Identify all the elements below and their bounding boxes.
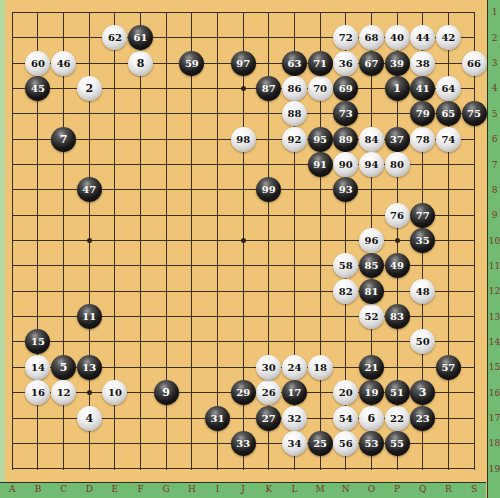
row-label-3: 3 [488, 58, 500, 68]
stone-white-20: 20 [333, 380, 358, 405]
column-label-M: M [314, 484, 326, 494]
stone-black-91: 91 [308, 152, 333, 177]
grid-line-horizontal [12, 12, 475, 13]
stone-black-3: 3 [410, 380, 435, 405]
grid-line-horizontal [12, 468, 475, 469]
star-point [87, 238, 92, 243]
row-label-5: 5 [488, 109, 500, 119]
stone-black-53: 53 [359, 431, 384, 456]
stone-white-96: 96 [359, 228, 384, 253]
stone-white-6: 6 [359, 406, 384, 431]
stone-black-21: 21 [359, 355, 384, 380]
stone-white-46: 46 [51, 51, 76, 76]
stone-black-55: 55 [385, 431, 410, 456]
stone-white-44: 44 [410, 25, 435, 50]
stone-black-83: 83 [385, 304, 410, 329]
grid-line-horizontal [12, 113, 475, 114]
column-label-S: S [468, 484, 480, 494]
stone-white-2: 2 [77, 76, 102, 101]
column-label-F: F [135, 484, 147, 494]
stone-black-5: 5 [51, 355, 76, 380]
stone-white-26: 26 [256, 380, 281, 405]
stone-white-62: 62 [102, 25, 127, 50]
stone-white-66: 66 [462, 51, 487, 76]
row-coordinate-strip: 12345678910111213141516171819 [487, 0, 500, 498]
stone-white-42: 42 [436, 25, 461, 50]
stone-black-19: 19 [359, 380, 384, 405]
stone-white-8: 8 [128, 51, 153, 76]
stone-black-37: 37 [385, 127, 410, 152]
star-point [241, 238, 246, 243]
stone-white-56: 56 [333, 431, 358, 456]
row-label-14: 14 [488, 337, 500, 347]
stone-white-18: 18 [308, 355, 333, 380]
stone-black-65: 65 [436, 101, 461, 126]
stone-white-64: 64 [436, 76, 461, 101]
stone-white-80: 80 [385, 152, 410, 177]
stone-white-38: 38 [410, 51, 435, 76]
stone-white-22: 22 [385, 406, 410, 431]
stone-black-85: 85 [359, 253, 384, 278]
stone-black-77: 77 [410, 203, 435, 228]
stone-black-13: 13 [77, 355, 102, 380]
row-label-18: 18 [488, 438, 500, 448]
stone-white-94: 94 [359, 152, 384, 177]
grid-line-horizontal [12, 341, 475, 342]
stone-black-35: 35 [410, 228, 435, 253]
stone-white-30: 30 [256, 355, 281, 380]
stone-black-59: 59 [179, 51, 204, 76]
row-label-1: 1 [488, 7, 500, 17]
stone-white-50: 50 [410, 329, 435, 354]
column-label-R: R [442, 484, 454, 494]
stone-white-92: 92 [282, 127, 307, 152]
stone-black-99: 99 [256, 177, 281, 202]
stone-white-54: 54 [333, 406, 358, 431]
column-label-C: C [58, 484, 70, 494]
column-label-P: P [391, 484, 403, 494]
stone-black-49: 49 [385, 253, 410, 278]
column-label-N: N [340, 484, 352, 494]
stone-white-82: 82 [333, 279, 358, 304]
row-label-13: 13 [488, 312, 500, 322]
stone-white-86: 86 [282, 76, 307, 101]
stone-white-14: 14 [25, 355, 50, 380]
stone-white-78: 78 [410, 127, 435, 152]
stone-black-33: 33 [231, 431, 256, 456]
row-label-6: 6 [488, 134, 500, 144]
stone-white-90: 90 [333, 152, 358, 177]
stone-black-7: 7 [51, 127, 76, 152]
stone-white-34: 34 [282, 431, 307, 456]
column-label-J: J [237, 484, 249, 494]
row-label-4: 4 [488, 83, 500, 93]
stone-black-73: 73 [333, 101, 358, 126]
stone-white-32: 32 [282, 406, 307, 431]
stone-black-63: 63 [282, 51, 307, 76]
column-label-L: L [288, 484, 300, 494]
stone-white-72: 72 [333, 25, 358, 50]
stone-white-36: 36 [333, 51, 358, 76]
row-label-16: 16 [488, 388, 500, 398]
column-label-I: I [212, 484, 224, 494]
star-point [87, 390, 92, 395]
stone-black-71: 71 [308, 51, 333, 76]
row-label-12: 12 [488, 286, 500, 296]
stone-white-76: 76 [385, 203, 410, 228]
go-game-window: 1234567891011121314151617181920212223242… [0, 0, 500, 498]
stone-black-31: 31 [205, 406, 230, 431]
stone-white-84: 84 [359, 127, 384, 152]
stone-white-24: 24 [282, 355, 307, 380]
stone-black-25: 25 [308, 431, 333, 456]
stone-white-4: 4 [77, 406, 102, 431]
stone-white-16: 16 [25, 380, 50, 405]
stone-white-10: 10 [102, 380, 127, 405]
column-label-D: D [83, 484, 95, 494]
column-label-O: O [365, 484, 377, 494]
star-point [395, 238, 400, 243]
stone-black-9: 9 [154, 380, 179, 405]
stone-white-40: 40 [385, 25, 410, 50]
row-label-15: 15 [488, 362, 500, 372]
stone-black-15: 15 [25, 329, 50, 354]
stone-white-88: 88 [282, 101, 307, 126]
stone-black-57: 57 [436, 355, 461, 380]
row-label-19: 19 [488, 464, 500, 474]
row-label-2: 2 [488, 33, 500, 43]
stone-black-29: 29 [231, 380, 256, 405]
grid-line-horizontal [12, 291, 475, 292]
column-label-Q: Q [417, 484, 429, 494]
stone-black-79: 79 [410, 101, 435, 126]
stone-black-89: 89 [333, 127, 358, 152]
row-label-17: 17 [488, 413, 500, 423]
column-label-K: K [263, 484, 275, 494]
stone-black-97: 97 [231, 51, 256, 76]
stone-black-81: 81 [359, 279, 384, 304]
stone-white-68: 68 [359, 25, 384, 50]
row-label-11: 11 [488, 261, 500, 271]
stone-black-61: 61 [128, 25, 153, 50]
stone-black-1: 1 [385, 76, 410, 101]
stone-black-27: 27 [256, 406, 281, 431]
stone-black-67: 67 [359, 51, 384, 76]
row-label-9: 9 [488, 210, 500, 220]
row-label-8: 8 [488, 185, 500, 195]
stone-black-47: 47 [77, 177, 102, 202]
stone-black-17: 17 [282, 380, 307, 405]
row-label-10: 10 [488, 236, 500, 246]
stone-black-41: 41 [410, 76, 435, 101]
stone-black-11: 11 [77, 304, 102, 329]
stone-white-48: 48 [410, 279, 435, 304]
column-label-A: A [6, 484, 18, 494]
column-coordinate-strip: ABCDEFGHIJKLMNOPQRS [0, 482, 486, 498]
row-label-7: 7 [488, 160, 500, 170]
stone-black-39: 39 [385, 51, 410, 76]
column-label-H: H [186, 484, 198, 494]
go-board[interactable]: 1234567891011121314151617181920212223242… [0, 0, 486, 482]
stone-black-93: 93 [333, 177, 358, 202]
stone-black-95: 95 [308, 127, 333, 152]
grid-line-vertical [474, 12, 475, 469]
stone-white-70: 70 [308, 76, 333, 101]
column-label-E: E [109, 484, 121, 494]
stone-white-98: 98 [231, 127, 256, 152]
stone-white-52: 52 [359, 304, 384, 329]
left-border-strip [0, 0, 5, 482]
column-label-G: G [160, 484, 172, 494]
stone-white-74: 74 [436, 127, 461, 152]
stone-black-45: 45 [25, 76, 50, 101]
stone-black-87: 87 [256, 76, 281, 101]
stone-white-58: 58 [333, 253, 358, 278]
stone-white-12: 12 [51, 380, 76, 405]
column-label-B: B [32, 484, 44, 494]
stone-black-51: 51 [385, 380, 410, 405]
star-point [241, 86, 246, 91]
stone-black-69: 69 [333, 76, 358, 101]
stone-white-60: 60 [25, 51, 50, 76]
stone-black-23: 23 [410, 406, 435, 431]
stone-black-75: 75 [462, 101, 487, 126]
